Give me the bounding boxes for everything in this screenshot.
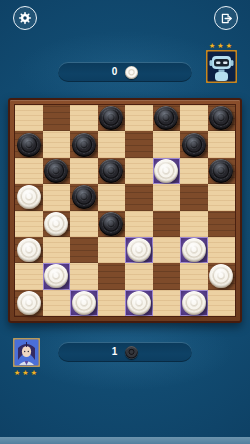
square-r2c4 (125, 158, 153, 184)
gear-icon (18, 11, 32, 25)
square-r7c1 (43, 290, 71, 316)
square-r3c0[interactable] (15, 184, 43, 210)
white-piece[interactable] (17, 185, 41, 209)
square-r1c1 (43, 131, 71, 157)
white-piece[interactable] (209, 264, 233, 288)
square-r1c4[interactable] (125, 131, 153, 157)
robot-avatar-icon (206, 50, 237, 83)
black-piece[interactable] (209, 106, 233, 130)
white-checker-icon (125, 66, 138, 79)
square-r3c4[interactable] (125, 184, 153, 210)
square-r7c4[interactable] (125, 290, 153, 316)
square-r6c4 (125, 263, 153, 289)
square-r2c5[interactable] (153, 158, 181, 184)
black-piece[interactable] (72, 133, 96, 157)
square-r5c2[interactable] (70, 237, 98, 263)
square-r0c2 (70, 105, 98, 131)
square-r7c7 (208, 290, 236, 316)
black-piece[interactable] (99, 159, 123, 183)
black-piece[interactable] (72, 185, 96, 209)
square-r3c5 (153, 184, 181, 210)
black-piece[interactable] (154, 106, 178, 130)
black-checker-icon (125, 346, 138, 359)
square-r3c1 (43, 184, 71, 210)
player-stars: ★★★ (12, 369, 41, 376)
square-r1c5 (153, 131, 181, 157)
square-r3c2[interactable] (70, 184, 98, 210)
bottom-strip (0, 437, 250, 444)
opponent-score-pill: 0 (58, 62, 192, 82)
square-r6c6 (180, 263, 208, 289)
square-r5c4[interactable] (125, 237, 153, 263)
white-piece[interactable] (44, 264, 68, 288)
white-piece[interactable] (127, 238, 151, 262)
square-r5c3 (98, 237, 126, 263)
exit-icon (220, 12, 233, 25)
game-screen: ★★★ 0 1 (0, 0, 250, 444)
square-r4c3[interactable] (98, 211, 126, 237)
white-piece[interactable] (154, 159, 178, 183)
square-r6c1[interactable] (43, 263, 71, 289)
square-r7c0[interactable] (15, 290, 43, 316)
checkers-board (8, 98, 242, 323)
square-r2c3[interactable] (98, 158, 126, 184)
square-r0c5[interactable] (153, 105, 181, 131)
square-r4c0 (15, 211, 43, 237)
square-r3c7 (208, 184, 236, 210)
square-r7c2[interactable] (70, 290, 98, 316)
white-piece[interactable] (17, 238, 41, 262)
player-score: 1 (112, 347, 118, 357)
settings-button[interactable] (13, 6, 37, 30)
black-piece[interactable] (209, 159, 233, 183)
square-r5c1 (43, 237, 71, 263)
square-r0c1[interactable] (43, 105, 71, 131)
square-r2c7[interactable] (208, 158, 236, 184)
square-r7c6[interactable] (180, 290, 208, 316)
square-r2c6 (180, 158, 208, 184)
square-r4c2 (70, 211, 98, 237)
square-r1c0[interactable] (15, 131, 43, 157)
white-piece[interactable] (127, 291, 151, 315)
black-piece[interactable] (99, 106, 123, 130)
opponent-score: 0 (112, 67, 118, 77)
white-piece[interactable] (182, 238, 206, 262)
black-piece[interactable] (182, 133, 206, 157)
square-r7c3 (98, 290, 126, 316)
square-r4c5[interactable] (153, 211, 181, 237)
square-r2c2 (70, 158, 98, 184)
square-r5c6[interactable] (180, 237, 208, 263)
square-r5c0[interactable] (15, 237, 43, 263)
square-r6c5[interactable] (153, 263, 181, 289)
square-r0c3[interactable] (98, 105, 126, 131)
square-r1c6[interactable] (180, 131, 208, 157)
player-avatar[interactable] (13, 338, 40, 367)
square-r7c5 (153, 290, 181, 316)
black-piece[interactable] (99, 212, 123, 236)
square-r0c4 (125, 105, 153, 131)
player-score-pill: 1 (58, 342, 192, 362)
square-r6c3[interactable] (98, 263, 126, 289)
white-piece[interactable] (182, 291, 206, 315)
square-r1c3 (98, 131, 126, 157)
exit-button[interactable] (214, 6, 238, 30)
square-r2c0 (15, 158, 43, 184)
square-r0c6 (180, 105, 208, 131)
square-r2c1[interactable] (43, 158, 71, 184)
square-r6c0 (15, 263, 43, 289)
square-r5c7 (208, 237, 236, 263)
square-r0c0 (15, 105, 43, 131)
square-r6c2 (70, 263, 98, 289)
square-r4c6 (180, 211, 208, 237)
square-r3c3 (98, 184, 126, 210)
square-r0c7[interactable] (208, 105, 236, 131)
girl-avatar-icon (13, 338, 40, 367)
square-r5c5 (153, 237, 181, 263)
square-r3c6[interactable] (180, 184, 208, 210)
black-piece[interactable] (17, 133, 41, 157)
square-r4c1[interactable] (43, 211, 71, 237)
white-piece[interactable] (17, 291, 41, 315)
black-piece[interactable] (44, 159, 68, 183)
square-r1c2[interactable] (70, 131, 98, 157)
square-r6c7[interactable] (208, 263, 236, 289)
opponent-avatar[interactable] (206, 50, 237, 83)
white-piece[interactable] (44, 212, 68, 236)
square-r4c7[interactable] (208, 211, 236, 237)
board-grid (15, 105, 235, 316)
white-piece[interactable] (72, 291, 96, 315)
square-r1c7 (208, 131, 236, 157)
opponent-stars: ★★★ (206, 42, 237, 49)
square-r4c4 (125, 211, 153, 237)
